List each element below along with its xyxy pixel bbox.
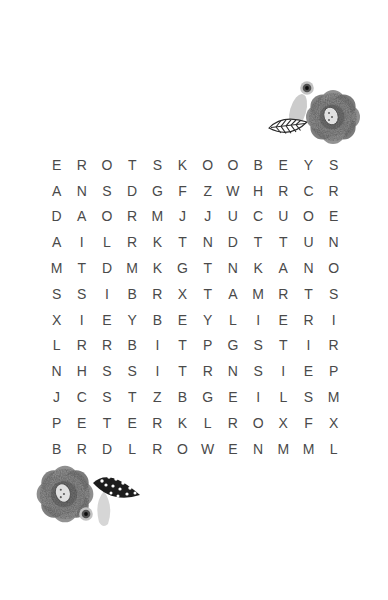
grid-cell-r6c8[interactable]: A [220,281,245,307]
grid-cell-r5c11[interactable]: N [296,255,321,281]
grid-cell-r4c10[interactable]: T [271,229,296,255]
grid-cell-r9c1[interactable]: N [44,358,69,384]
grid-cell-r5c8[interactable]: N [220,255,245,281]
grid-cell-r12c12[interactable]: L [321,436,346,462]
grid-cell-r10c3[interactable]: S [94,384,119,410]
grid-cell-r2c1[interactable]: A [44,178,69,204]
grid-cell-r5c1[interactable]: M [44,255,69,281]
grid-cell-r11c3[interactable]: T [94,410,119,436]
grid-cell-r9c6[interactable]: T [170,358,195,384]
grid-cell-r3c7[interactable]: J [195,204,220,230]
grid-cell-r9c11[interactable]: E [296,358,321,384]
grid-cell-r11c6[interactable]: K [170,410,195,436]
grid-cell-r8c4[interactable]: B [120,333,145,359]
grid-cell-r4c8[interactable]: D [220,229,245,255]
grid-cell-r2c2[interactable]: N [69,178,94,204]
grid-cell-r3c10[interactable]: U [271,204,296,230]
grid-cell-r3c6[interactable]: J [170,204,195,230]
grid-cell-r7c11[interactable]: R [296,307,321,333]
grid-cell-r9c8[interactable]: N [220,358,245,384]
grid-cell-r10c11[interactable]: S [296,384,321,410]
grid-cell-r8c8[interactable]: G [220,333,245,359]
grid-cell-r4c12[interactable]: N [321,229,346,255]
grid-cell-r8c7[interactable]: P [195,333,220,359]
grid-cell-r11c5[interactable]: R [145,410,170,436]
grid-cell-r2c11[interactable]: C [296,178,321,204]
chevron-leaf-icon [269,119,307,133]
grid-cell-r1c10[interactable]: E [271,152,296,178]
grid-cell-r6c5[interactable]: R [145,281,170,307]
grid-cell-r3c4[interactable]: R [120,204,145,230]
grid-cell-r10c10[interactable]: L [271,384,296,410]
grid-cell-r4c9[interactable]: T [246,229,271,255]
grid-cell-r3c3[interactable]: O [94,204,119,230]
plain-leaf-icon [285,92,310,130]
grid-cell-r12c9[interactable]: N [246,436,271,462]
grid-cell-r5c6[interactable]: G [170,255,195,281]
grid-cell-r12c4[interactable]: L [120,436,145,462]
grid-cell-r6c6[interactable]: X [170,281,195,307]
grid-cell-r2c4[interactable]: D [120,178,145,204]
grid-cell-r10c4[interactable]: T [120,384,145,410]
grid-cell-r3c12[interactable]: E [321,204,346,230]
grid-cell-r12c6[interactable]: O [170,436,195,462]
grid-cell-r4c11[interactable]: U [296,229,321,255]
grid-cell-r1c2[interactable]: R [69,152,94,178]
grid-cell-r9c3[interactable]: S [94,358,119,384]
grid-cell-r10c12[interactable]: M [321,384,346,410]
grid-cell-r3c9[interactable]: C [246,204,271,230]
grid-cell-r8c1[interactable]: L [44,333,69,359]
grid-cell-r2c3[interactable]: S [94,178,119,204]
grid-cell-r10c1[interactable]: J [44,384,69,410]
grid-cell-r3c5[interactable]: M [145,204,170,230]
grid-cell-r2c7[interactable]: Z [195,178,220,204]
grid-cell-r11c11[interactable]: F [296,410,321,436]
grid-cell-r4c3[interactable]: L [94,229,119,255]
grid-cell-r5c5[interactable]: K [145,255,170,281]
grid-cell-r1c12[interactable]: S [321,152,346,178]
grid-cell-r2c8[interactable]: W [220,178,245,204]
grid-cell-r12c7[interactable]: W [195,436,220,462]
polkadot-leaf-icon [93,475,140,497]
grid-cell-r11c10[interactable]: X [271,410,296,436]
grid-cell-r12c3[interactable]: D [94,436,119,462]
grid-cell-r7c3[interactable]: E [94,307,119,333]
grid-cell-r9c5[interactable]: I [145,358,170,384]
grid-cell-r4c5[interactable]: K [145,229,170,255]
floral-decoration-top-right [252,55,388,160]
grid-cell-r3c2[interactable]: A [69,204,94,230]
grid-cell-r6c7[interactable]: T [195,281,220,307]
grid-cell-r7c4[interactable]: Y [120,307,145,333]
grid-cell-r8c3[interactable]: R [94,333,119,359]
grid-cell-r5c2[interactable]: T [69,255,94,281]
grid-cell-r6c10[interactable]: R [271,281,296,307]
grid-cell-r9c7[interactable]: R [195,358,220,384]
grid-cell-r6c12[interactable]: S [321,281,346,307]
grid-cell-r1c1[interactable]: E [44,152,69,178]
grid-cell-r9c2[interactable]: H [69,358,94,384]
grid-cell-r7c6[interactable]: E [170,307,195,333]
grid-cell-r4c2[interactable]: I [69,229,94,255]
grid-cell-r5c10[interactable]: A [271,255,296,281]
grid-cell-r1c6[interactable]: K [170,152,195,178]
grid-cell-r8c12[interactable]: R [321,333,346,359]
grid-cell-r11c8[interactable]: R [220,410,245,436]
grid-cell-r8c5[interactable]: I [145,333,170,359]
grid-cell-r10c9[interactable]: I [246,384,271,410]
grid-cell-r12c5[interactable]: R [145,436,170,462]
grid-cell-r1c7[interactable]: O [195,152,220,178]
grid-cell-r7c8[interactable]: L [220,307,245,333]
grid-cell-r12c1[interactable]: B [44,436,69,462]
grid-cell-r8c9[interactable]: S [246,333,271,359]
grid-cell-r1c5[interactable]: S [145,152,170,178]
grid-cell-r12c10[interactable]: M [271,436,296,462]
grid-cell-r6c3[interactable]: I [94,281,119,307]
grid-cell-r10c7[interactable]: G [195,384,220,410]
grid-cell-r2c10[interactable]: R [271,178,296,204]
plain-leaf-icon [97,491,110,526]
grid-cell-r6c4[interactable]: B [120,281,145,307]
grid-cell-r5c9[interactable]: K [246,255,271,281]
grid-cell-r7c7[interactable]: Y [195,307,220,333]
grid-cell-r5c12[interactable]: O [321,255,346,281]
grid-cell-r3c1[interactable]: D [44,204,69,230]
grid-cell-r7c5[interactable]: B [145,307,170,333]
grid-cell-r1c9[interactable]: B [246,152,271,178]
word-search-grid: EROTSKOOBEYSANSDGFZWHRCRDAORMJJUCUOEAILR… [44,152,346,462]
grid-cell-r9c9[interactable]: S [246,358,271,384]
grid-cell-r8c10[interactable]: T [271,333,296,359]
grid-cell-r11c2[interactable]: E [69,410,94,436]
grid-cell-r6c1[interactable]: S [44,281,69,307]
grid-cell-r7c1[interactable]: X [44,307,69,333]
grid-cell-r7c2[interactable]: I [69,307,94,333]
grid-cell-r4c4[interactable]: R [120,229,145,255]
grid-cell-r5c4[interactable]: M [120,255,145,281]
grid-cell-r11c12[interactable]: X [321,410,346,436]
grid-cell-r6c2[interactable]: S [69,281,94,307]
grid-cell-r3c8[interactable]: U [220,204,245,230]
grid-cell-r2c5[interactable]: G [145,178,170,204]
grid-cell-r5c3[interactable]: D [94,255,119,281]
grid-cell-r11c9[interactable]: O [246,410,271,436]
grid-cell-r2c12[interactable]: R [321,178,346,204]
grid-cell-r9c10[interactable]: I [271,358,296,384]
grid-cell-r12c11[interactable]: M [296,436,321,462]
grid-cell-r8c6[interactable]: T [170,333,195,359]
grid-cell-r12c8[interactable]: E [220,436,245,462]
grid-cell-r10c2[interactable]: C [69,384,94,410]
grid-cell-r1c3[interactable]: O [94,152,119,178]
grid-cell-r1c4[interactable]: T [120,152,145,178]
grid-cell-r4c6[interactable]: T [170,229,195,255]
grid-cell-r12c2[interactable]: R [69,436,94,462]
grid-cell-r8c2[interactable]: R [69,333,94,359]
grid-cell-r11c4[interactable]: E [120,410,145,436]
grid-cell-r5c7[interactable]: T [195,255,220,281]
grid-cell-r9c4[interactable]: S [120,358,145,384]
grid-cell-r2c6[interactable]: F [170,178,195,204]
grid-cell-r6c11[interactable]: T [296,281,321,307]
grid-cell-r4c1[interactable]: A [44,229,69,255]
grid-cell-r11c7[interactable]: L [195,410,220,436]
grid-cell-r9c12[interactable]: P [321,358,346,384]
grid-cell-r10c8[interactable]: E [220,384,245,410]
grid-cell-r7c9[interactable]: I [246,307,271,333]
grid-cell-r6c9[interactable]: M [246,281,271,307]
grid-cell-r8c11[interactable]: I [296,333,321,359]
grid-cell-r3c11[interactable]: O [296,204,321,230]
grid-cell-r11c1[interactable]: P [44,410,69,436]
grid-cell-r1c8[interactable]: O [220,152,245,178]
grid-cell-r2c9[interactable]: H [246,178,271,204]
grid-cell-r10c6[interactable]: B [170,384,195,410]
grid-cell-r1c11[interactable]: Y [296,152,321,178]
floral-decoration-bottom-left [18,458,158,568]
grid-cell-r10c5[interactable]: Z [145,384,170,410]
grid-cell-r4c7[interactable]: N [195,229,220,255]
grid-cell-r7c12[interactable]: I [321,307,346,333]
grid-cell-r7c10[interactable]: E [271,307,296,333]
